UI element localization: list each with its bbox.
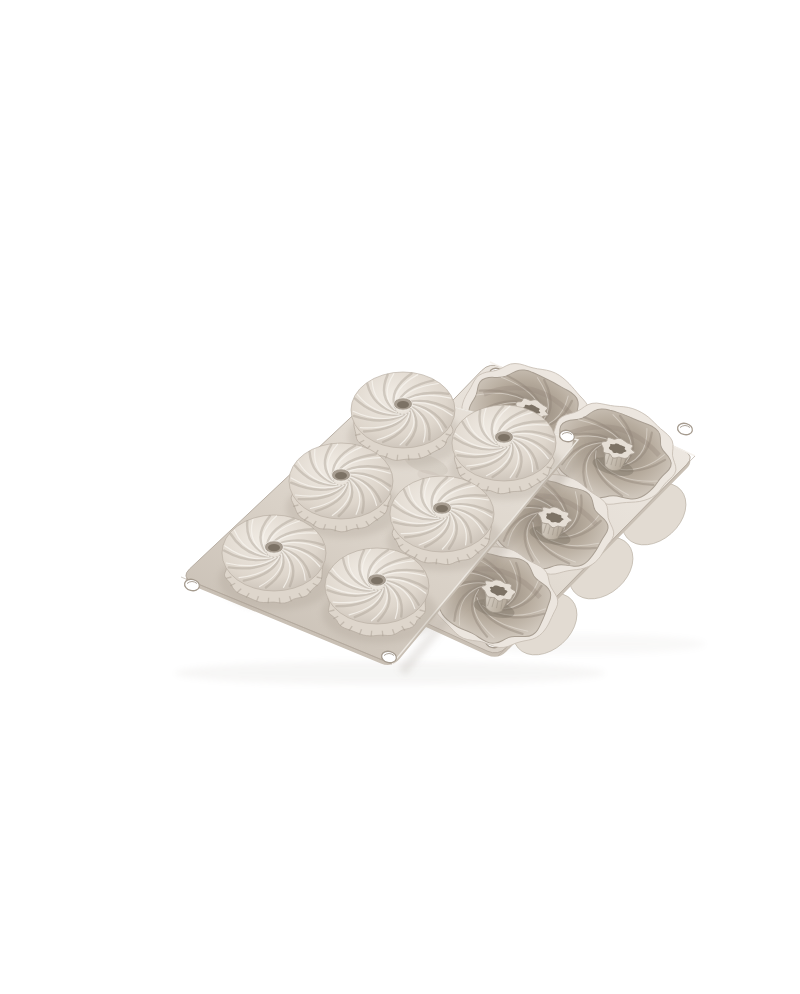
skirt-flute xyxy=(447,559,448,565)
scene-svg xyxy=(40,16,800,994)
skirt-flute xyxy=(346,526,347,532)
skirt-flute xyxy=(509,488,510,494)
skirt-flute xyxy=(268,598,269,604)
ground-shadow xyxy=(175,634,705,685)
skirt-flute xyxy=(279,598,280,604)
product-photo xyxy=(40,16,800,994)
skirt-flute xyxy=(408,455,409,461)
corner-hole xyxy=(676,422,693,436)
skirt-flute xyxy=(335,526,336,532)
skirt-flute xyxy=(371,631,372,637)
skirt-flute xyxy=(436,559,437,565)
skirt-flute xyxy=(498,488,499,494)
skirt-flute xyxy=(397,455,398,461)
skirt-flute xyxy=(382,631,383,637)
